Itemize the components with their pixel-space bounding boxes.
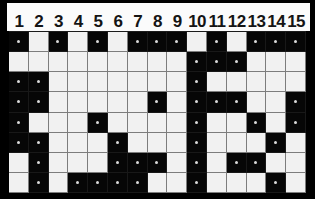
cell-r1c7[interactable] — [128, 32, 148, 52]
cell-r8c3[interactable] — [49, 173, 69, 193]
cell-mark-dot — [37, 161, 40, 164]
cell-r6c1[interactable] — [9, 133, 29, 153]
cell-r6c11[interactable] — [207, 133, 227, 153]
cell-r4c3[interactable] — [49, 92, 69, 112]
cell-r3c13[interactable] — [247, 72, 267, 92]
cell-mark-dot — [56, 40, 59, 43]
cell-r5c9[interactable] — [167, 113, 187, 133]
cell-mark-dot — [37, 100, 40, 103]
cell-r3c7[interactable] — [128, 72, 148, 92]
cell-mark-dot — [195, 141, 198, 144]
cell-r3c9[interactable] — [167, 72, 187, 92]
cell-r5c2[interactable] — [29, 113, 49, 133]
cell-r2c2[interactable] — [29, 52, 49, 72]
cell-mark-dot — [215, 100, 218, 103]
cell-r5c14[interactable] — [266, 113, 286, 133]
cell-mark-dot — [96, 40, 99, 43]
cell-r2c13[interactable] — [247, 52, 267, 72]
cell-r8c15[interactable] — [286, 173, 306, 193]
column-label-6: 6 — [113, 13, 122, 30]
cell-r3c1[interactable] — [9, 72, 29, 92]
cell-mark-dot — [116, 181, 119, 184]
cell-r3c3[interactable] — [49, 72, 69, 92]
cell-mark-dot — [274, 141, 277, 144]
cell-r7c11[interactable] — [207, 153, 227, 173]
cell-r4c5[interactable] — [88, 92, 108, 112]
cell-r4c13[interactable] — [247, 92, 267, 112]
cell-r7c6[interactable] — [108, 153, 128, 173]
cell-mark-dot — [136, 40, 139, 43]
cell-r2c10[interactable] — [187, 52, 207, 72]
cell-mark-dot — [116, 141, 119, 144]
cell-r7c12[interactable] — [227, 153, 247, 173]
column-label-13: 13 — [248, 13, 266, 30]
cell-mark-dot — [195, 161, 198, 164]
cell-r4c1[interactable] — [9, 92, 29, 112]
cell-r4c8[interactable] — [148, 92, 168, 112]
cell-mark-dot — [235, 100, 238, 103]
cell-r1c4[interactable] — [68, 32, 88, 52]
cell-r5c7[interactable] — [128, 113, 148, 133]
cell-r1c6[interactable] — [108, 32, 128, 52]
cell-r1c2[interactable] — [29, 32, 49, 52]
cell-r3c8[interactable] — [148, 72, 168, 92]
cell-r8c7[interactable] — [128, 173, 148, 193]
cell-mark-dot — [294, 121, 297, 124]
cell-r4c7[interactable] — [128, 92, 148, 112]
cell-r5c13[interactable] — [247, 113, 267, 133]
cell-r3c11[interactable] — [207, 72, 227, 92]
cell-r1c9[interactable] — [167, 32, 187, 52]
cell-mark-dot — [17, 80, 20, 83]
column-label-14: 14 — [267, 13, 285, 30]
cell-r3c4[interactable] — [68, 72, 88, 92]
cell-r3c2[interactable] — [29, 72, 49, 92]
cell-mark-dot — [37, 181, 40, 184]
cell-r5c6[interactable] — [108, 113, 128, 133]
cell-mark-dot — [136, 161, 139, 164]
column-label-8: 8 — [153, 13, 162, 30]
cell-r5c12[interactable] — [227, 113, 247, 133]
cell-r8c10[interactable] — [187, 173, 207, 193]
cell-mark-dot — [96, 181, 99, 184]
cell-r7c15[interactable] — [286, 153, 306, 173]
column-label-5: 5 — [94, 13, 103, 30]
cell-r8c12[interactable] — [227, 173, 247, 193]
cell-r7c4[interactable] — [68, 153, 88, 173]
cell-r7c2[interactable] — [29, 153, 49, 173]
cell-r1c1[interactable] — [9, 32, 29, 52]
cell-mark-dot — [17, 100, 20, 103]
cell-r4c10[interactable] — [187, 92, 207, 112]
cell-r2c3[interactable] — [49, 52, 69, 72]
cell-r8c4[interactable] — [68, 173, 88, 193]
cell-r1c3[interactable] — [49, 32, 69, 52]
cell-r4c2[interactable] — [29, 92, 49, 112]
cell-mark-dot — [195, 80, 198, 83]
cell-r2c9[interactable] — [167, 52, 187, 72]
cell-r7c10[interactable] — [187, 153, 207, 173]
column-label-7: 7 — [133, 13, 142, 30]
cell-mark-dot — [215, 60, 218, 63]
cell-mark-dot — [37, 80, 40, 83]
cell-r7c7[interactable] — [128, 153, 148, 173]
cell-mark-dot — [76, 181, 79, 184]
cell-r2c4[interactable] — [68, 52, 88, 72]
cell-r6c14[interactable] — [266, 133, 286, 153]
cell-mark-dot — [136, 181, 139, 184]
cell-r5c11[interactable] — [207, 113, 227, 133]
cell-r2c15[interactable] — [286, 52, 306, 72]
cell-r4c9[interactable] — [167, 92, 187, 112]
cell-r2c12[interactable] — [227, 52, 247, 72]
cell-r6c8[interactable] — [148, 133, 168, 153]
cell-mark-dot — [254, 161, 257, 164]
cell-mark-dot — [254, 121, 257, 124]
cell-r3c6[interactable] — [108, 72, 128, 92]
cell-mark-dot — [294, 40, 297, 43]
column-label-3: 3 — [54, 13, 63, 30]
cell-r3c5[interactable] — [88, 72, 108, 92]
cell-r8c9[interactable] — [167, 173, 187, 193]
cell-mark-dot — [195, 181, 198, 184]
cell-r5c1[interactable] — [9, 113, 29, 133]
cell-r8c2[interactable] — [29, 173, 49, 193]
cell-r6c10[interactable] — [187, 133, 207, 153]
cell-r6c6[interactable] — [108, 133, 128, 153]
cell-r1c11[interactable] — [207, 32, 227, 52]
cell-r6c7[interactable] — [128, 133, 148, 153]
cell-r8c11[interactable] — [207, 173, 227, 193]
cell-r5c4[interactable] — [68, 113, 88, 133]
cell-r6c3[interactable] — [49, 133, 69, 153]
cell-mark-dot — [17, 141, 20, 144]
cell-mark-dot — [96, 121, 99, 124]
cell-mark-dot — [274, 40, 277, 43]
cell-r2c1[interactable] — [9, 52, 29, 72]
cell-mark-dot — [195, 100, 198, 103]
cell-r8c8[interactable] — [148, 173, 168, 193]
cell-mark-dot — [17, 121, 20, 124]
cell-mark-dot — [235, 60, 238, 63]
cell-r6c13[interactable] — [247, 133, 267, 153]
cell-r6c12[interactable] — [227, 133, 247, 153]
cell-r5c8[interactable] — [148, 113, 168, 133]
cell-mark-dot — [195, 121, 198, 124]
cell-mark-dot — [254, 40, 257, 43]
cell-r1c8[interactable] — [148, 32, 168, 52]
cell-r4c4[interactable] — [68, 92, 88, 112]
cell-r4c14[interactable] — [266, 92, 286, 112]
cell-r3c10[interactable] — [187, 72, 207, 92]
cell-r4c15[interactable] — [286, 92, 306, 112]
cell-mark-dot — [155, 40, 158, 43]
cell-r7c13[interactable] — [247, 153, 267, 173]
cell-r5c10[interactable] — [187, 113, 207, 133]
cell-mark-dot — [235, 161, 238, 164]
cell-r8c5[interactable] — [88, 173, 108, 193]
cell-r7c3[interactable] — [49, 153, 69, 173]
cell-r6c4[interactable] — [68, 133, 88, 153]
cell-mark-dot — [195, 60, 198, 63]
column-label-10: 10 — [188, 13, 206, 30]
cell-r3c12[interactable] — [227, 72, 247, 92]
cell-mark-dot — [294, 100, 297, 103]
cell-mark-dot — [17, 40, 20, 43]
cell-r7c8[interactable] — [148, 153, 168, 173]
cell-r2c5[interactable] — [88, 52, 108, 72]
column-labels-row: 123456789101112131415 — [9, 6, 306, 30]
puzzle-board — [9, 31, 306, 193]
cell-r4c12[interactable] — [227, 92, 247, 112]
cell-mark-dot — [37, 141, 40, 144]
cell-r2c6[interactable] — [108, 52, 128, 72]
column-label-12: 12 — [228, 13, 246, 30]
cell-r3c14[interactable] — [266, 72, 286, 92]
cell-r8c14[interactable] — [266, 173, 286, 193]
cell-r7c14[interactable] — [266, 153, 286, 173]
cell-r1c13[interactable] — [247, 32, 267, 52]
cell-r6c5[interactable] — [88, 133, 108, 153]
column-label-15: 15 — [287, 13, 305, 30]
cell-r8c13[interactable] — [247, 173, 267, 193]
cell-r6c15[interactable] — [286, 133, 306, 153]
cell-r1c12[interactable] — [227, 32, 247, 52]
cell-r6c9[interactable] — [167, 133, 187, 153]
cell-r7c1[interactable] — [9, 153, 29, 173]
cell-r4c6[interactable] — [108, 92, 128, 112]
column-label-9: 9 — [173, 13, 182, 30]
cell-r2c7[interactable] — [128, 52, 148, 72]
cell-mark-dot — [155, 161, 158, 164]
cell-r1c14[interactable] — [266, 32, 286, 52]
cell-r2c8[interactable] — [148, 52, 168, 72]
cell-mark-dot — [274, 181, 277, 184]
cell-r4c11[interactable] — [207, 92, 227, 112]
cell-r6c2[interactable] — [29, 133, 49, 153]
cell-mark-dot — [175, 40, 178, 43]
cell-r1c5[interactable] — [88, 32, 108, 52]
cell-mark-dot — [215, 40, 218, 43]
cell-r5c3[interactable] — [49, 113, 69, 133]
cell-r5c15[interactable] — [286, 113, 306, 133]
cell-r5c5[interactable] — [88, 113, 108, 133]
cell-r7c5[interactable] — [88, 153, 108, 173]
column-label-2: 2 — [34, 13, 43, 30]
cell-r8c6[interactable] — [108, 173, 128, 193]
cell-r2c14[interactable] — [266, 52, 286, 72]
column-label-11: 11 — [208, 13, 225, 30]
cell-r2c11[interactable] — [207, 52, 227, 72]
cell-r1c10[interactable] — [187, 32, 207, 52]
column-label-1: 1 — [14, 13, 23, 30]
cell-r1c15[interactable] — [286, 32, 306, 52]
column-label-4: 4 — [74, 13, 83, 30]
cell-r7c9[interactable] — [167, 153, 187, 173]
cell-mark-dot — [116, 161, 119, 164]
cell-r8c1[interactable] — [9, 173, 29, 193]
cell-r3c15[interactable] — [286, 72, 306, 92]
cell-mark-dot — [155, 100, 158, 103]
